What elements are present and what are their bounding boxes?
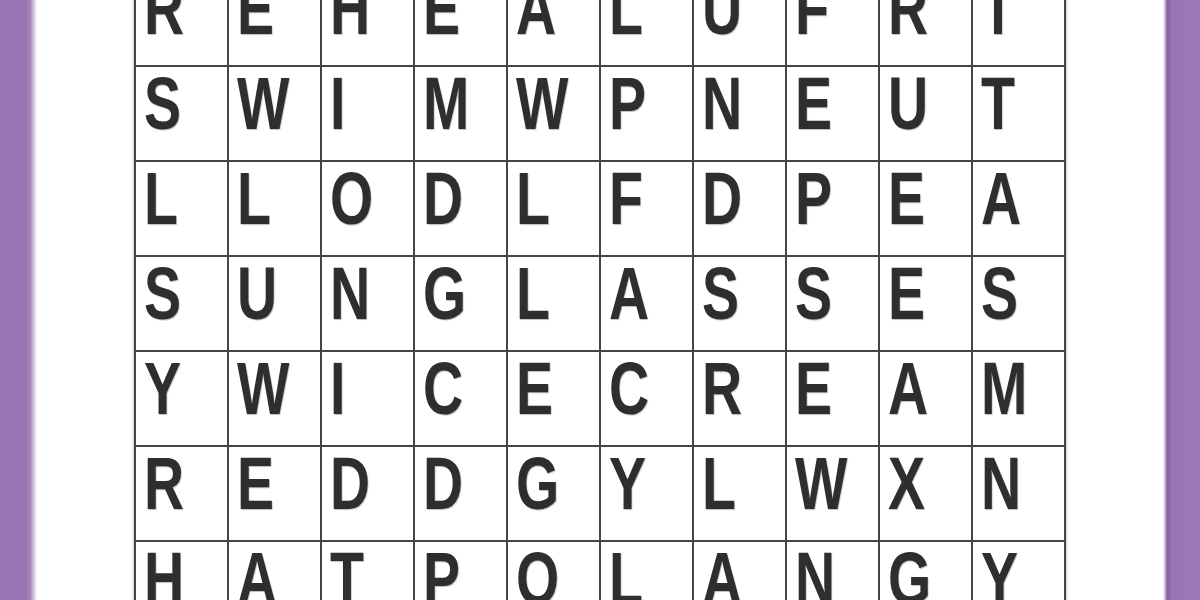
cell-letter: O: [516, 542, 559, 600]
cell-letter: P: [795, 162, 832, 236]
grid-cell[interactable]: G: [508, 447, 599, 540]
cell-letter: S: [702, 257, 739, 331]
cell-letter: N: [795, 542, 835, 600]
grid-cell[interactable]: E: [880, 257, 971, 350]
cell-letter: U: [702, 0, 742, 46]
grid-cell[interactable]: Y: [601, 447, 692, 540]
word-search-puzzle-page: { "game": "word-search", "theme": "summe…: [0, 0, 1200, 600]
grid-cell[interactable]: T: [973, 67, 1064, 160]
grid-cell[interactable]: H: [322, 0, 413, 65]
grid-cell[interactable]: C: [601, 352, 692, 445]
cell-letter: C: [423, 352, 463, 426]
cell-letter: E: [423, 0, 460, 46]
cell-letter: A: [237, 542, 277, 600]
cell-letter: E: [888, 162, 925, 236]
grid-cell[interactable]: T: [973, 0, 1064, 65]
grid-cell[interactable]: E: [229, 447, 320, 540]
cell-letter: H: [144, 542, 184, 600]
cell-letter: A: [981, 162, 1021, 236]
cell-letter: S: [981, 257, 1018, 331]
grid-cell[interactable]: W: [787, 447, 878, 540]
grid-cell[interactable]: S: [136, 257, 227, 350]
grid-cell[interactable]: G: [880, 542, 971, 600]
grid-cell[interactable]: W: [229, 352, 320, 445]
grid-cell[interactable]: E: [880, 162, 971, 255]
grid-cell[interactable]: E: [787, 67, 878, 160]
cell-letter: H: [330, 0, 370, 46]
grid-cell[interactable]: Y: [136, 352, 227, 445]
grid-cell[interactable]: A: [694, 542, 785, 600]
grid-cell[interactable]: L: [601, 0, 692, 65]
grid-cell[interactable]: R: [880, 0, 971, 65]
grid-cell[interactable]: E: [787, 352, 878, 445]
cell-letter: A: [516, 0, 556, 46]
grid-cell[interactable]: I: [322, 352, 413, 445]
right-border-accent: [1163, 0, 1200, 600]
cell-letter: F: [609, 162, 643, 236]
grid-cell[interactable]: P: [415, 542, 506, 600]
cell-letter: L: [609, 0, 643, 46]
grid-cell[interactable]: F: [601, 162, 692, 255]
grid-cell[interactable]: O: [322, 162, 413, 255]
grid-cell[interactable]: N: [694, 67, 785, 160]
cell-letter: F: [795, 0, 829, 46]
cell-letter: W: [237, 352, 289, 426]
cell-letter: E: [888, 257, 925, 331]
grid-cell[interactable]: I: [322, 67, 413, 160]
cell-letter: I: [330, 352, 345, 426]
grid-cell[interactable]: S: [136, 67, 227, 160]
cell-letter: L: [516, 162, 550, 236]
cell-letter: L: [516, 257, 550, 331]
cell-letter: Y: [609, 447, 646, 521]
cell-letter: E: [237, 0, 274, 46]
cell-letter: L: [702, 447, 736, 521]
grid-cell[interactable]: D: [694, 162, 785, 255]
left-border-accent: [0, 0, 37, 600]
cell-letter: U: [888, 67, 928, 141]
cell-letter: E: [516, 352, 553, 426]
word-search-grid: REHEALUFRTSWIMWPNEUTLLODLFDPEASUNGLASSES…: [134, 0, 1066, 600]
cell-letter: L: [609, 542, 643, 600]
grid-cell[interactable]: E: [415, 0, 506, 65]
grid-cell[interactable]: U: [880, 67, 971, 160]
grid-cell[interactable]: C: [415, 352, 506, 445]
grid-cell[interactable]: S: [973, 257, 1064, 350]
grid-cell[interactable]: L: [694, 447, 785, 540]
grid-cell[interactable]: P: [601, 67, 692, 160]
cell-letter: Y: [981, 542, 1018, 600]
grid-cell[interactable]: F: [787, 0, 878, 65]
cell-letter: E: [795, 67, 832, 141]
cell-letter: Y: [144, 352, 181, 426]
grid-cell[interactable]: A: [229, 542, 320, 600]
cell-letter: S: [144, 67, 181, 141]
grid-cell[interactable]: R: [136, 0, 227, 65]
cell-letter: R: [888, 0, 928, 46]
grid-cell[interactable]: S: [787, 257, 878, 350]
grid-cell[interactable]: S: [694, 257, 785, 350]
cell-letter: G: [888, 542, 931, 600]
grid-cell[interactable]: D: [322, 447, 413, 540]
grid-cell[interactable]: A: [973, 162, 1064, 255]
cell-letter: D: [702, 162, 742, 236]
cell-letter: P: [423, 542, 460, 600]
cell-letter: S: [144, 257, 181, 331]
cell-letter: A: [702, 542, 742, 600]
cell-letter: I: [330, 67, 345, 141]
grid-cell[interactable]: R: [136, 447, 227, 540]
cell-letter: E: [237, 447, 274, 521]
cell-letter: N: [981, 447, 1021, 521]
grid-cell[interactable]: E: [229, 0, 320, 65]
grid-cell[interactable]: W: [508, 67, 599, 160]
grid-cell[interactable]: N: [973, 447, 1064, 540]
grid-cell[interactable]: X: [880, 447, 971, 540]
cell-letter: P: [609, 67, 646, 141]
cell-letter: X: [888, 447, 925, 521]
cell-letter: S: [795, 257, 832, 331]
grid-cell[interactable]: U: [229, 257, 320, 350]
cell-letter: W: [795, 447, 847, 521]
grid-cell[interactable]: P: [787, 162, 878, 255]
grid-cell[interactable]: O: [508, 542, 599, 600]
cell-letter: W: [237, 67, 289, 141]
cell-letter: A: [609, 257, 649, 331]
grid-cell[interactable]: M: [973, 352, 1064, 445]
grid-cell[interactable]: L: [508, 257, 599, 350]
grid-cell[interactable]: N: [787, 542, 878, 600]
cell-letter: T: [981, 67, 1015, 141]
grid-cell[interactable]: A: [880, 352, 971, 445]
cell-letter: N: [702, 67, 742, 141]
cell-letter: W: [516, 67, 568, 141]
cell-letter: A: [888, 352, 928, 426]
cell-letter: M: [981, 352, 1027, 426]
grid-cell[interactable]: U: [694, 0, 785, 65]
cell-letter: D: [423, 447, 463, 521]
cell-letter: R: [702, 352, 742, 426]
grid-cell[interactable]: L: [229, 162, 320, 255]
cell-letter: E: [795, 352, 832, 426]
cell-letter: N: [330, 257, 370, 331]
cell-letter: T: [981, 0, 1015, 46]
cell-letter: U: [237, 257, 277, 331]
grid-cell[interactable]: A: [601, 257, 692, 350]
cell-letter: T: [330, 542, 364, 600]
cell-letter: G: [423, 257, 466, 331]
cell-letter: G: [516, 447, 559, 521]
grid-cell[interactable]: L: [601, 542, 692, 600]
grid-cell[interactable]: D: [415, 447, 506, 540]
grid-cell[interactable]: W: [229, 67, 320, 160]
grid-cell[interactable]: Y: [973, 542, 1064, 600]
grid-cell[interactable]: E: [508, 352, 599, 445]
grid-cell[interactable]: L: [508, 162, 599, 255]
grid-cell[interactable]: D: [415, 162, 506, 255]
cell-letter: L: [237, 162, 271, 236]
grid-cell[interactable]: T: [322, 542, 413, 600]
grid-cell[interactable]: L: [136, 162, 227, 255]
cell-letter: D: [423, 162, 463, 236]
grid-cell[interactable]: M: [415, 67, 506, 160]
grid-cell[interactable]: G: [415, 257, 506, 350]
cell-letter: C: [609, 352, 649, 426]
grid-cell[interactable]: A: [508, 0, 599, 65]
cell-letter: R: [144, 447, 184, 521]
grid-cell[interactable]: H: [136, 542, 227, 600]
cell-letter: O: [330, 162, 373, 236]
cell-letter: D: [330, 447, 370, 521]
grid-cell[interactable]: N: [322, 257, 413, 350]
cell-letter: M: [423, 67, 469, 141]
cell-letter: L: [144, 162, 178, 236]
grid-cell[interactable]: R: [694, 352, 785, 445]
cell-letter: R: [144, 0, 184, 46]
